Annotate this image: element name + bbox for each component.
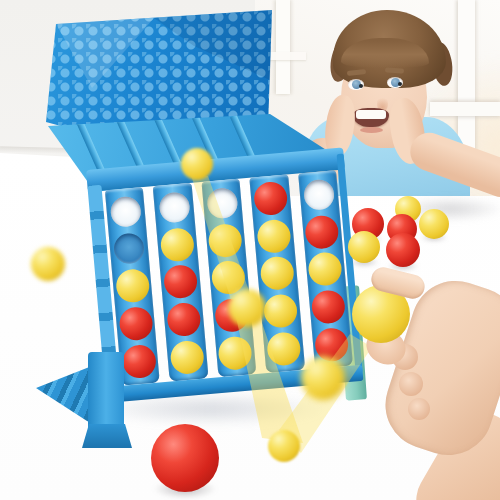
loose-ball-yellow — [31, 247, 65, 281]
loose-ball-yellow — [181, 148, 213, 180]
loose-ball-yellow — [419, 209, 449, 239]
loose-balls-layer — [0, 0, 500, 500]
loose-ball-yellow — [268, 430, 300, 462]
loose-ball-yellow — [228, 289, 266, 327]
loose-ball-yellow — [348, 231, 380, 263]
loose-ball-red — [386, 233, 420, 267]
loose-ball-yellow — [301, 356, 345, 400]
scene — [0, 0, 500, 500]
loose-ball-red — [151, 424, 219, 492]
